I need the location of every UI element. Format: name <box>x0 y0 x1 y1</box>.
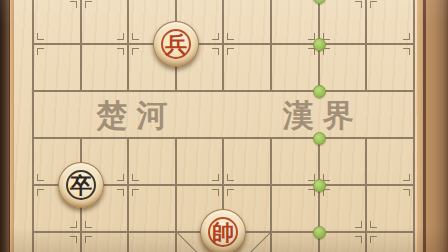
grid-line-vertical <box>175 138 176 252</box>
grid-line-horizontal <box>33 90 415 91</box>
grid-line-vertical <box>222 0 223 91</box>
black-soldier-piece[interactable]: 卒 <box>58 162 104 208</box>
point-marker <box>117 48 124 55</box>
point-marker <box>37 33 44 40</box>
grid-line-vertical <box>365 138 366 252</box>
board-border-left-trim <box>10 0 14 252</box>
river-text-right: 漢界 <box>274 95 363 137</box>
point-marker <box>355 1 362 8</box>
grid-line-vertical <box>270 0 271 91</box>
point-marker <box>70 236 77 243</box>
point-marker <box>70 1 77 8</box>
grid-line-vertical <box>270 138 271 252</box>
move-hint-dot[interactable] <box>313 85 326 98</box>
point-marker <box>212 174 219 181</box>
piece-glyph: 卒 <box>70 174 92 196</box>
point-marker <box>355 236 362 243</box>
point-marker <box>403 33 410 40</box>
point-marker <box>212 189 219 196</box>
point-marker <box>132 48 139 55</box>
board-border-right <box>426 0 448 252</box>
grid-line-vertical <box>80 0 81 91</box>
move-hint-dot[interactable] <box>313 0 326 4</box>
point-marker <box>132 189 139 196</box>
point-marker <box>85 221 92 228</box>
point-marker <box>117 189 124 196</box>
point-marker <box>227 48 234 55</box>
point-marker <box>403 189 410 196</box>
point-marker <box>227 189 234 196</box>
point-marker <box>85 236 92 243</box>
grid-line-vertical <box>127 138 128 252</box>
point-marker <box>37 189 44 196</box>
xiangqi-board[interactable]: 楚河 漢界 兵卒帥 <box>0 0 448 252</box>
river-text-left: 楚河 <box>88 95 177 137</box>
point-marker <box>403 48 410 55</box>
move-hint-dot[interactable] <box>313 226 326 239</box>
point-marker <box>37 174 44 181</box>
red-soldier-piece[interactable]: 兵 <box>153 21 199 67</box>
move-hint-dot[interactable] <box>313 179 326 192</box>
grid-line-horizontal <box>33 43 415 44</box>
point-marker <box>85 1 92 8</box>
point-marker <box>212 33 219 40</box>
piece-glyph: 兵 <box>165 33 187 55</box>
move-hint-dot[interactable] <box>313 132 326 145</box>
point-marker <box>370 221 377 228</box>
grid-line-vertical <box>32 0 33 252</box>
point-marker <box>212 48 219 55</box>
point-marker <box>227 174 234 181</box>
grid-line-vertical <box>127 0 128 91</box>
point-marker <box>370 1 377 8</box>
point-marker <box>355 221 362 228</box>
point-marker <box>227 33 234 40</box>
point-marker <box>117 33 124 40</box>
grid-line-horizontal <box>33 137 415 138</box>
point-marker <box>117 174 124 181</box>
board-border-left <box>0 0 10 252</box>
point-marker <box>37 48 44 55</box>
point-marker <box>132 33 139 40</box>
move-hint-dot[interactable] <box>313 38 326 51</box>
point-marker <box>403 174 410 181</box>
piece-glyph: 帥 <box>212 221 234 243</box>
grid-line-vertical <box>413 0 414 252</box>
point-marker <box>370 236 377 243</box>
point-marker <box>70 221 77 228</box>
red-general-piece[interactable]: 帥 <box>200 209 246 252</box>
point-marker <box>132 174 139 181</box>
grid-line-vertical <box>365 0 366 91</box>
